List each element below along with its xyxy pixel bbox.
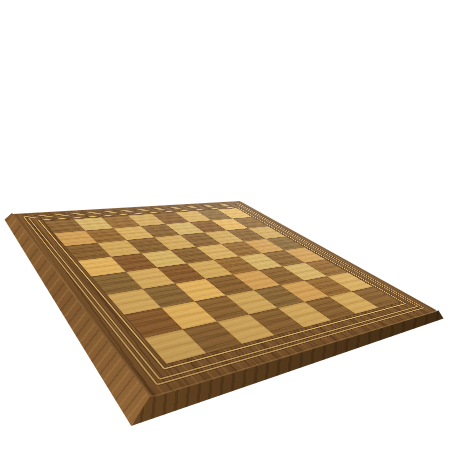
product-photo (0, 0, 450, 450)
chess-board (12, 201, 438, 398)
